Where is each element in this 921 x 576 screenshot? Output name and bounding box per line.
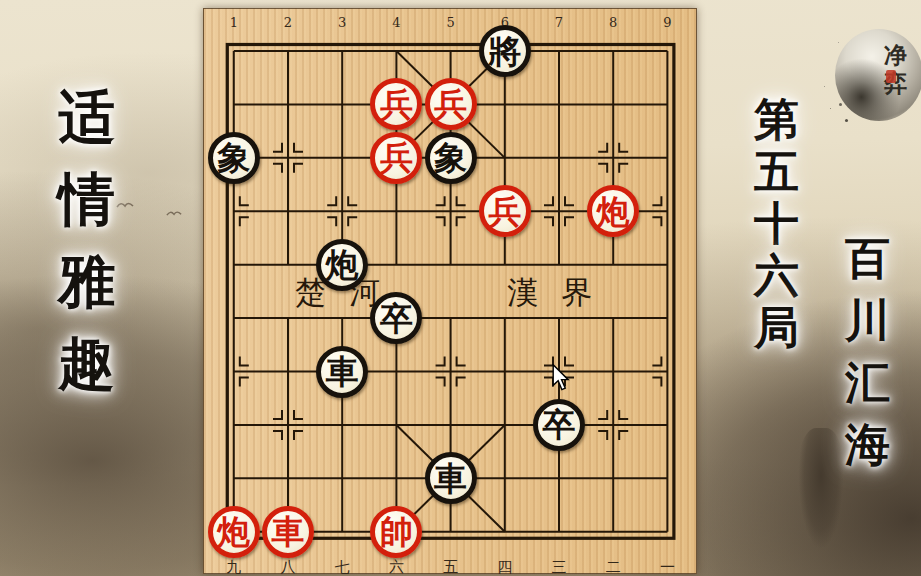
piece-black-chariot[interactable]: 車 — [425, 452, 477, 504]
xiangqi-board[interactable]: 123456789 九八七六五四三二一 楚河 漢界 將兵兵象兵象兵炮炮卒車卒車炮… — [203, 8, 697, 574]
piece-red-soldier[interactable]: 兵 — [479, 185, 531, 237]
piece-red-king[interactable]: 帥 — [370, 506, 422, 558]
calligraphy-char: 六 — [754, 253, 799, 298]
piece-red-soldier[interactable]: 兵 — [370, 78, 422, 130]
piece-black-cannon[interactable]: 炮 — [316, 239, 368, 291]
logo-text: 净弈 — [884, 43, 907, 94]
calligraphy-char: 雅 — [58, 252, 115, 309]
app-screen: 适情雅趣 第五十六局 百川汇海 净弈 123456789 九八七六五四三二一 楚… — [0, 0, 921, 576]
puzzle-name-calligraphy: 百川汇海 — [845, 236, 890, 467]
mouse-cursor — [552, 364, 570, 391]
pieces-layer: 將兵兵象兵象兵炮炮卒車卒車炮車帥 — [204, 9, 696, 573]
bird-icon — [166, 209, 182, 217]
puzzle-number-calligraphy: 第五十六局 — [754, 97, 799, 350]
calligraphy-char: 情 — [58, 170, 115, 227]
piece-black-general[interactable]: 將 — [479, 25, 531, 77]
piece-red-cannon[interactable]: 炮 — [587, 185, 639, 237]
red-seal-stamp — [886, 70, 896, 83]
calligraphy-char: 海 — [845, 422, 890, 467]
calligraphy-char: 五 — [754, 149, 799, 194]
bird-icon — [116, 200, 134, 209]
piece-red-soldier[interactable]: 兵 — [370, 132, 422, 184]
piece-black-elephant[interactable]: 象 — [208, 132, 260, 184]
piece-red-soldier[interactable]: 兵 — [425, 78, 477, 130]
calligraphy-char: 汇 — [845, 360, 890, 405]
calligraphy-char: 适 — [58, 88, 115, 145]
piece-black-soldier[interactable]: 卒 — [370, 292, 422, 344]
piece-red-chariot[interactable]: 車 — [262, 506, 314, 558]
calligraphy-char: 百 — [845, 236, 890, 281]
calligraphy-char: 川 — [845, 298, 890, 343]
ink-ball-logo: 净弈 — [835, 29, 921, 121]
rock-pinnacle-silhouette — [795, 428, 847, 576]
calligraphy-char: 趣 — [58, 334, 115, 391]
calligraphy-char: 净 — [884, 43, 907, 66]
piece-black-chariot[interactable]: 車 — [316, 346, 368, 398]
calligraphy-char: 局 — [754, 305, 799, 350]
calligraphy-char: 第 — [754, 97, 799, 142]
left-title-calligraphy: 适情雅趣 — [58, 88, 115, 391]
piece-black-soldier[interactable]: 卒 — [533, 399, 585, 451]
calligraphy-char: 十 — [754, 201, 799, 246]
piece-red-cannon[interactable]: 炮 — [208, 506, 260, 558]
piece-black-elephant[interactable]: 象 — [425, 132, 477, 184]
